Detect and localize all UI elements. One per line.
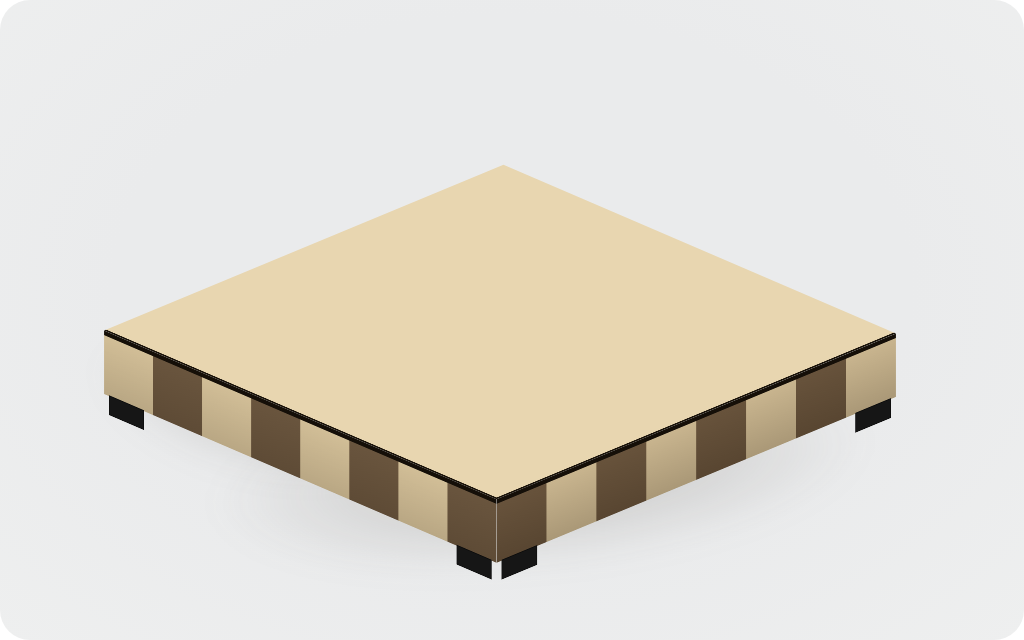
scene <box>0 0 1024 640</box>
